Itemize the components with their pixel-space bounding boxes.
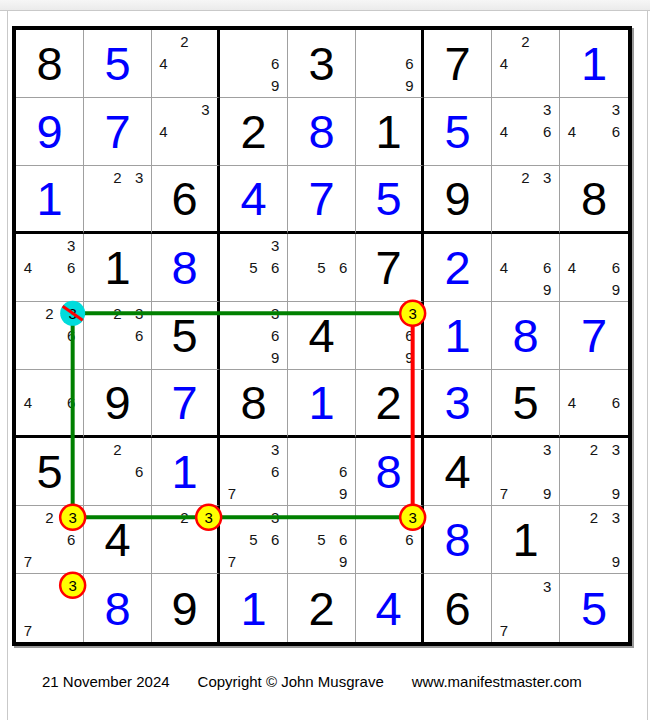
candidate-digit: 3 bbox=[195, 507, 216, 529]
candidate-digit: 6 bbox=[60, 392, 82, 413]
candidate-grid: 346 bbox=[561, 99, 627, 164]
cell-r5c1[interactable]: 236 bbox=[16, 302, 84, 370]
solved-digit: 1 bbox=[171, 448, 197, 495]
candidate-digit: 3 bbox=[128, 167, 150, 188]
cell-r9c4[interactable]: 1 bbox=[220, 574, 288, 642]
candidate-digit: 3 bbox=[605, 507, 627, 529]
candidate-digit: 4 bbox=[561, 121, 583, 143]
cell-r8c2[interactable]: 4 bbox=[84, 506, 152, 574]
candidate-digit: 3 bbox=[536, 439, 558, 461]
footer-site: www.manifestmaster.com bbox=[412, 673, 582, 690]
candidate-digit: 3 bbox=[605, 99, 627, 121]
candidate-digit: 6 bbox=[60, 325, 82, 347]
given-digit: 2 bbox=[375, 379, 401, 426]
given-digit: 9 bbox=[171, 585, 197, 632]
given-digit: 1 bbox=[104, 244, 130, 291]
window-right-edge bbox=[647, 11, 648, 720]
candidate-digit: 6 bbox=[399, 529, 420, 551]
solved-digit: 7 bbox=[171, 379, 197, 426]
cell-r3c9[interactable]: 8 bbox=[560, 166, 628, 234]
candidate-digit: 6 bbox=[264, 529, 286, 551]
solved-digit: 7 bbox=[581, 312, 607, 359]
cell-r1c7[interactable]: 7 bbox=[424, 30, 492, 98]
solved-digit: 8 bbox=[512, 312, 538, 359]
candidate-digit: 4 bbox=[493, 53, 515, 75]
given-digit: 1 bbox=[375, 108, 401, 155]
candidate-digit: 4 bbox=[17, 392, 39, 413]
given-digit: 3 bbox=[308, 40, 334, 87]
candidate-grid: 34 bbox=[153, 99, 216, 164]
candidate-digit: 3 bbox=[60, 303, 82, 325]
candidate-grid: 46 bbox=[17, 371, 82, 434]
given-digit: 7 bbox=[444, 40, 470, 87]
given-digit: 2 bbox=[308, 585, 334, 632]
cell-r2c7[interactable]: 5 bbox=[424, 98, 492, 166]
candidate-grid: 23 bbox=[85, 167, 150, 230]
candidate-grid: 346 bbox=[493, 99, 558, 164]
given-digit: 7 bbox=[375, 244, 401, 291]
candidate-grid: 239 bbox=[561, 507, 627, 572]
solved-digit: 8 bbox=[444, 516, 470, 563]
candidate-digit: 3 bbox=[536, 99, 558, 121]
candidate-digit: 2 bbox=[174, 31, 195, 53]
solved-digit: 5 bbox=[581, 585, 607, 632]
solved-digit: 9 bbox=[36, 108, 62, 155]
given-digit: 9 bbox=[444, 175, 470, 222]
cell-r3c4[interactable]: 4 bbox=[220, 166, 288, 234]
candidate-digit: 3 bbox=[264, 507, 286, 529]
candidate-grid: 56 bbox=[289, 235, 354, 300]
cell-r3c7[interactable]: 9 bbox=[424, 166, 492, 234]
candidate-digit: 6 bbox=[605, 121, 627, 143]
candidate-digit: 2 bbox=[107, 167, 129, 188]
cell-r7c8[interactable]: 379 bbox=[492, 438, 560, 506]
candidate-digit: 3 bbox=[60, 575, 82, 597]
candidate-grid: 469 bbox=[493, 235, 558, 300]
cell-r9c6[interactable]: 4 bbox=[356, 574, 424, 642]
candidate-digit: 2 bbox=[583, 507, 605, 529]
cell-r6c8[interactable]: 5 bbox=[492, 370, 560, 438]
candidate-digit: 2 bbox=[107, 303, 129, 325]
candidate-grid: 46 bbox=[561, 371, 627, 434]
candidate-grid: 236 bbox=[17, 303, 82, 368]
candidate-grid: 24 bbox=[153, 31, 216, 96]
given-digit: 5 bbox=[512, 379, 538, 426]
cell-r1c5[interactable]: 3 bbox=[288, 30, 356, 98]
candidate-digit: 6 bbox=[536, 257, 558, 279]
candidate-digit: 7 bbox=[17, 550, 39, 572]
candidate-digit: 5 bbox=[311, 529, 333, 551]
candidate-grid: 69 bbox=[357, 31, 420, 96]
cell-r3c5[interactable]: 7 bbox=[288, 166, 356, 234]
given-digit: 8 bbox=[581, 175, 607, 222]
candidate-digit: 9 bbox=[536, 278, 558, 300]
candidate-digit: 3 bbox=[60, 235, 82, 257]
candidate-grid: 23 bbox=[493, 167, 558, 230]
cell-r8c5[interactable]: 569 bbox=[288, 506, 356, 574]
solved-digit: 7 bbox=[104, 108, 130, 155]
cell-r8c3[interactable]: 23 bbox=[152, 506, 220, 574]
candidate-digit: 2 bbox=[39, 303, 61, 325]
cell-r5c3[interactable]: 5 bbox=[152, 302, 220, 370]
candidate-digit: 7 bbox=[17, 619, 39, 641]
solved-digit: 1 bbox=[444, 312, 470, 359]
cell-r5c6[interactable]: 369 bbox=[356, 302, 424, 370]
candidate-digit: 3 bbox=[60, 507, 82, 529]
cell-r1c1[interactable]: 8 bbox=[16, 30, 84, 98]
cell-r4c7[interactable]: 2 bbox=[424, 234, 492, 302]
candidate-digit: 9 bbox=[399, 346, 420, 368]
given-digit: 6 bbox=[444, 585, 470, 632]
candidate-digit: 3 bbox=[264, 439, 286, 461]
candidate-digit: 2 bbox=[39, 507, 61, 529]
cell-r8c6[interactable]: 36 bbox=[356, 506, 424, 574]
candidate-digit: 6 bbox=[60, 257, 82, 279]
candidate-digit: 5 bbox=[311, 257, 333, 279]
candidate-grid: 369 bbox=[357, 303, 420, 368]
cell-r7c5[interactable]: 69 bbox=[288, 438, 356, 506]
candidate-digit: 3 bbox=[536, 167, 558, 188]
candidate-digit: 7 bbox=[221, 482, 243, 504]
candidate-digit: 3 bbox=[536, 575, 558, 597]
candidate-digit: 4 bbox=[17, 257, 39, 279]
candidate-digit: 3 bbox=[264, 235, 286, 257]
cell-r8c9[interactable]: 239 bbox=[560, 506, 628, 574]
solved-digit: 4 bbox=[240, 175, 266, 222]
cell-r5c4[interactable]: 369 bbox=[220, 302, 288, 370]
solved-digit: 5 bbox=[104, 40, 130, 87]
solved-digit: 1 bbox=[308, 379, 334, 426]
cell-r4c6[interactable]: 7 bbox=[356, 234, 424, 302]
given-digit: 9 bbox=[104, 379, 130, 426]
candidate-grid: 239 bbox=[561, 439, 627, 504]
candidate-digit: 2 bbox=[107, 439, 129, 461]
candidate-grid: 236 bbox=[85, 303, 150, 368]
cell-r9c5[interactable]: 2 bbox=[288, 574, 356, 642]
given-digit: 6 bbox=[171, 175, 197, 222]
footer: 21 November 2024 Copyright © John Musgra… bbox=[42, 673, 582, 690]
cell-r7c6[interactable]: 8 bbox=[356, 438, 424, 506]
candidate-digit: 6 bbox=[399, 53, 420, 75]
solved-digit: 1 bbox=[36, 175, 62, 222]
cell-r7c3[interactable]: 1 bbox=[152, 438, 220, 506]
cell-r6c5[interactable]: 1 bbox=[288, 370, 356, 438]
candidate-digit: 2 bbox=[174, 507, 195, 529]
given-digit: 5 bbox=[171, 312, 197, 359]
candidate-digit: 9 bbox=[332, 482, 354, 504]
solved-digit: 7 bbox=[308, 175, 334, 222]
candidate-digit: 4 bbox=[561, 257, 583, 279]
candidate-digit: 6 bbox=[399, 325, 420, 347]
cell-r2c8[interactable]: 346 bbox=[492, 98, 560, 166]
candidate-grid: 37 bbox=[493, 575, 558, 641]
candidate-grid: 369 bbox=[221, 303, 286, 368]
candidate-digit: 6 bbox=[60, 529, 82, 551]
candidate-digit: 5 bbox=[243, 257, 265, 279]
footer-copyright: Copyright © John Musgrave bbox=[198, 673, 384, 690]
solved-digit: 8 bbox=[104, 585, 130, 632]
cell-r3c6[interactable]: 5 bbox=[356, 166, 424, 234]
solved-digit: 4 bbox=[375, 585, 401, 632]
candidate-digit: 6 bbox=[264, 53, 286, 75]
candidate-digit: 4 bbox=[561, 392, 583, 413]
candidate-grid: 2367 bbox=[17, 507, 82, 572]
cell-r3c2[interactable]: 23 bbox=[84, 166, 152, 234]
cell-r7c9[interactable]: 239 bbox=[560, 438, 628, 506]
cell-r2c9[interactable]: 346 bbox=[560, 98, 628, 166]
cell-r7c4[interactable]: 367 bbox=[220, 438, 288, 506]
cell-r4c3[interactable]: 8 bbox=[152, 234, 220, 302]
cell-r4c8[interactable]: 469 bbox=[492, 234, 560, 302]
solved-digit: 2 bbox=[444, 244, 470, 291]
candidate-digit: 2 bbox=[583, 439, 605, 461]
footer-date: 21 November 2024 bbox=[42, 673, 170, 690]
candidate-digit: 2 bbox=[515, 167, 537, 188]
candidate-digit: 9 bbox=[332, 550, 354, 572]
solved-digit: 3 bbox=[444, 379, 470, 426]
cell-r8c8[interactable]: 1 bbox=[492, 506, 560, 574]
candidate-digit: 6 bbox=[332, 461, 354, 483]
cell-r9c9[interactable]: 5 bbox=[560, 574, 628, 642]
candidate-grid: 69 bbox=[289, 439, 354, 504]
candidate-grid: 37 bbox=[17, 575, 82, 641]
candidate-digit: 6 bbox=[332, 257, 354, 279]
solved-digit: 1 bbox=[581, 40, 607, 87]
cell-r7c2[interactable]: 26 bbox=[84, 438, 152, 506]
candidate-digit: 6 bbox=[536, 121, 558, 143]
cell-r9c2[interactable]: 8 bbox=[84, 574, 152, 642]
cell-r6c4[interactable]: 8 bbox=[220, 370, 288, 438]
cell-r8c1[interactable]: 2367 bbox=[16, 506, 84, 574]
candidate-digit: 4 bbox=[153, 53, 174, 75]
candidate-grid: 23 bbox=[153, 507, 216, 572]
cell-r5c7[interactable]: 1 bbox=[424, 302, 492, 370]
cell-r2c6[interactable]: 1 bbox=[356, 98, 424, 166]
cell-r6c3[interactable]: 7 bbox=[152, 370, 220, 438]
candidate-digit: 9 bbox=[605, 278, 627, 300]
cell-r1c4[interactable]: 69 bbox=[220, 30, 288, 98]
solved-digit: 8 bbox=[308, 108, 334, 155]
candidate-digit: 3 bbox=[128, 303, 150, 325]
candidate-digit: 6 bbox=[264, 461, 286, 483]
cell-r4c9[interactable]: 469 bbox=[560, 234, 628, 302]
cell-r8c4[interactable]: 3567 bbox=[220, 506, 288, 574]
cell-r2c1[interactable]: 9 bbox=[16, 98, 84, 166]
cell-r6c1[interactable]: 46 bbox=[16, 370, 84, 438]
cell-r7c1[interactable]: 5 bbox=[16, 438, 84, 506]
cell-r4c4[interactable]: 356 bbox=[220, 234, 288, 302]
cell-r2c3[interactable]: 34 bbox=[152, 98, 220, 166]
window-left-edge bbox=[7, 11, 8, 720]
candidate-digit: 6 bbox=[128, 325, 150, 347]
given-digit: 5 bbox=[36, 448, 62, 495]
candidate-grid: 367 bbox=[221, 439, 286, 504]
candidate-digit: 6 bbox=[605, 257, 627, 279]
candidate-digit: 3 bbox=[605, 439, 627, 461]
given-digit: 4 bbox=[444, 448, 470, 495]
cell-r9c8[interactable]: 37 bbox=[492, 574, 560, 642]
window-top-strip bbox=[0, 0, 650, 11]
candidate-digit: 4 bbox=[153, 121, 174, 143]
candidate-digit: 3 bbox=[195, 99, 216, 121]
candidate-digit: 9 bbox=[605, 482, 627, 504]
candidate-digit: 3 bbox=[264, 303, 286, 325]
candidate-digit: 4 bbox=[493, 257, 515, 279]
candidate-grid: 24 bbox=[493, 31, 558, 96]
solved-digit: 5 bbox=[444, 108, 470, 155]
candidate-grid: 569 bbox=[289, 507, 354, 572]
cell-r8c7[interactable]: 8 bbox=[424, 506, 492, 574]
cell-r9c3[interactable]: 9 bbox=[152, 574, 220, 642]
cell-r3c8[interactable]: 23 bbox=[492, 166, 560, 234]
candidate-digit: 4 bbox=[493, 121, 515, 143]
candidate-grid: 469 bbox=[561, 235, 627, 300]
given-digit: 1 bbox=[512, 516, 538, 563]
sudoku-grid: 8524693697241973428153463461236475923834… bbox=[16, 30, 628, 642]
cell-r1c6[interactable]: 69 bbox=[356, 30, 424, 98]
candidate-digit: 9 bbox=[536, 482, 558, 504]
candidate-grid: 379 bbox=[493, 439, 558, 504]
candidate-digit: 2 bbox=[515, 31, 537, 53]
solved-digit: 1 bbox=[240, 585, 266, 632]
cell-r7c7[interactable]: 4 bbox=[424, 438, 492, 506]
cell-r6c7[interactable]: 3 bbox=[424, 370, 492, 438]
candidate-digit: 6 bbox=[332, 529, 354, 551]
candidate-grid: 36 bbox=[357, 507, 420, 572]
candidate-digit: 3 bbox=[399, 507, 420, 529]
candidate-grid: 3567 bbox=[221, 507, 286, 572]
cell-r5c2[interactable]: 236 bbox=[84, 302, 152, 370]
solved-digit: 5 bbox=[375, 175, 401, 222]
candidate-digit: 9 bbox=[264, 74, 286, 96]
cell-r6c6[interactable]: 2 bbox=[356, 370, 424, 438]
cell-r2c4[interactable]: 2 bbox=[220, 98, 288, 166]
candidate-digit: 6 bbox=[264, 325, 286, 347]
given-digit: 4 bbox=[308, 312, 334, 359]
given-digit: 8 bbox=[36, 40, 62, 87]
cell-r1c8[interactable]: 24 bbox=[492, 30, 560, 98]
candidate-digit: 9 bbox=[605, 550, 627, 572]
given-digit: 4 bbox=[104, 516, 130, 563]
candidate-grid: 69 bbox=[221, 31, 286, 96]
cell-r6c9[interactable]: 46 bbox=[560, 370, 628, 438]
candidate-digit: 6 bbox=[128, 461, 150, 483]
cell-r5c5[interactable]: 4 bbox=[288, 302, 356, 370]
solved-digit: 8 bbox=[171, 244, 197, 291]
candidate-grid: 26 bbox=[85, 439, 150, 504]
cell-r1c2[interactable]: 5 bbox=[84, 30, 152, 98]
candidate-digit: 3 bbox=[399, 303, 420, 325]
cell-r9c7[interactable]: 6 bbox=[424, 574, 492, 642]
cell-r1c9[interactable]: 1 bbox=[560, 30, 628, 98]
given-digit: 8 bbox=[240, 379, 266, 426]
sudoku-board: 8524693697241973428153463461236475923834… bbox=[12, 26, 632, 646]
cell-r5c9[interactable]: 7 bbox=[560, 302, 628, 370]
candidate-digit: 5 bbox=[243, 529, 265, 551]
cell-r4c1[interactable]: 346 bbox=[16, 234, 84, 302]
candidate-digit: 9 bbox=[399, 74, 420, 96]
candidate-digit: 7 bbox=[221, 550, 243, 572]
candidate-digit: 7 bbox=[493, 482, 515, 504]
cell-r1c3[interactable]: 24 bbox=[152, 30, 220, 98]
cell-r3c3[interactable]: 6 bbox=[152, 166, 220, 234]
candidate-digit: 6 bbox=[264, 257, 286, 279]
cell-r5c8[interactable]: 8 bbox=[492, 302, 560, 370]
cell-r4c5[interactable]: 56 bbox=[288, 234, 356, 302]
given-digit: 2 bbox=[240, 108, 266, 155]
solved-digit: 8 bbox=[375, 448, 401, 495]
candidate-digit: 6 bbox=[605, 392, 627, 413]
cell-r9c1[interactable]: 37 bbox=[16, 574, 84, 642]
cell-r3c1[interactable]: 1 bbox=[16, 166, 84, 234]
candidate-grid: 346 bbox=[17, 235, 82, 300]
cell-r2c2[interactable]: 7 bbox=[84, 98, 152, 166]
cell-r2c5[interactable]: 8 bbox=[288, 98, 356, 166]
cell-r6c2[interactable]: 9 bbox=[84, 370, 152, 438]
candidate-grid: 356 bbox=[221, 235, 286, 300]
candidate-digit: 7 bbox=[493, 619, 515, 641]
cell-r4c2[interactable]: 1 bbox=[84, 234, 152, 302]
candidate-digit: 9 bbox=[264, 346, 286, 368]
